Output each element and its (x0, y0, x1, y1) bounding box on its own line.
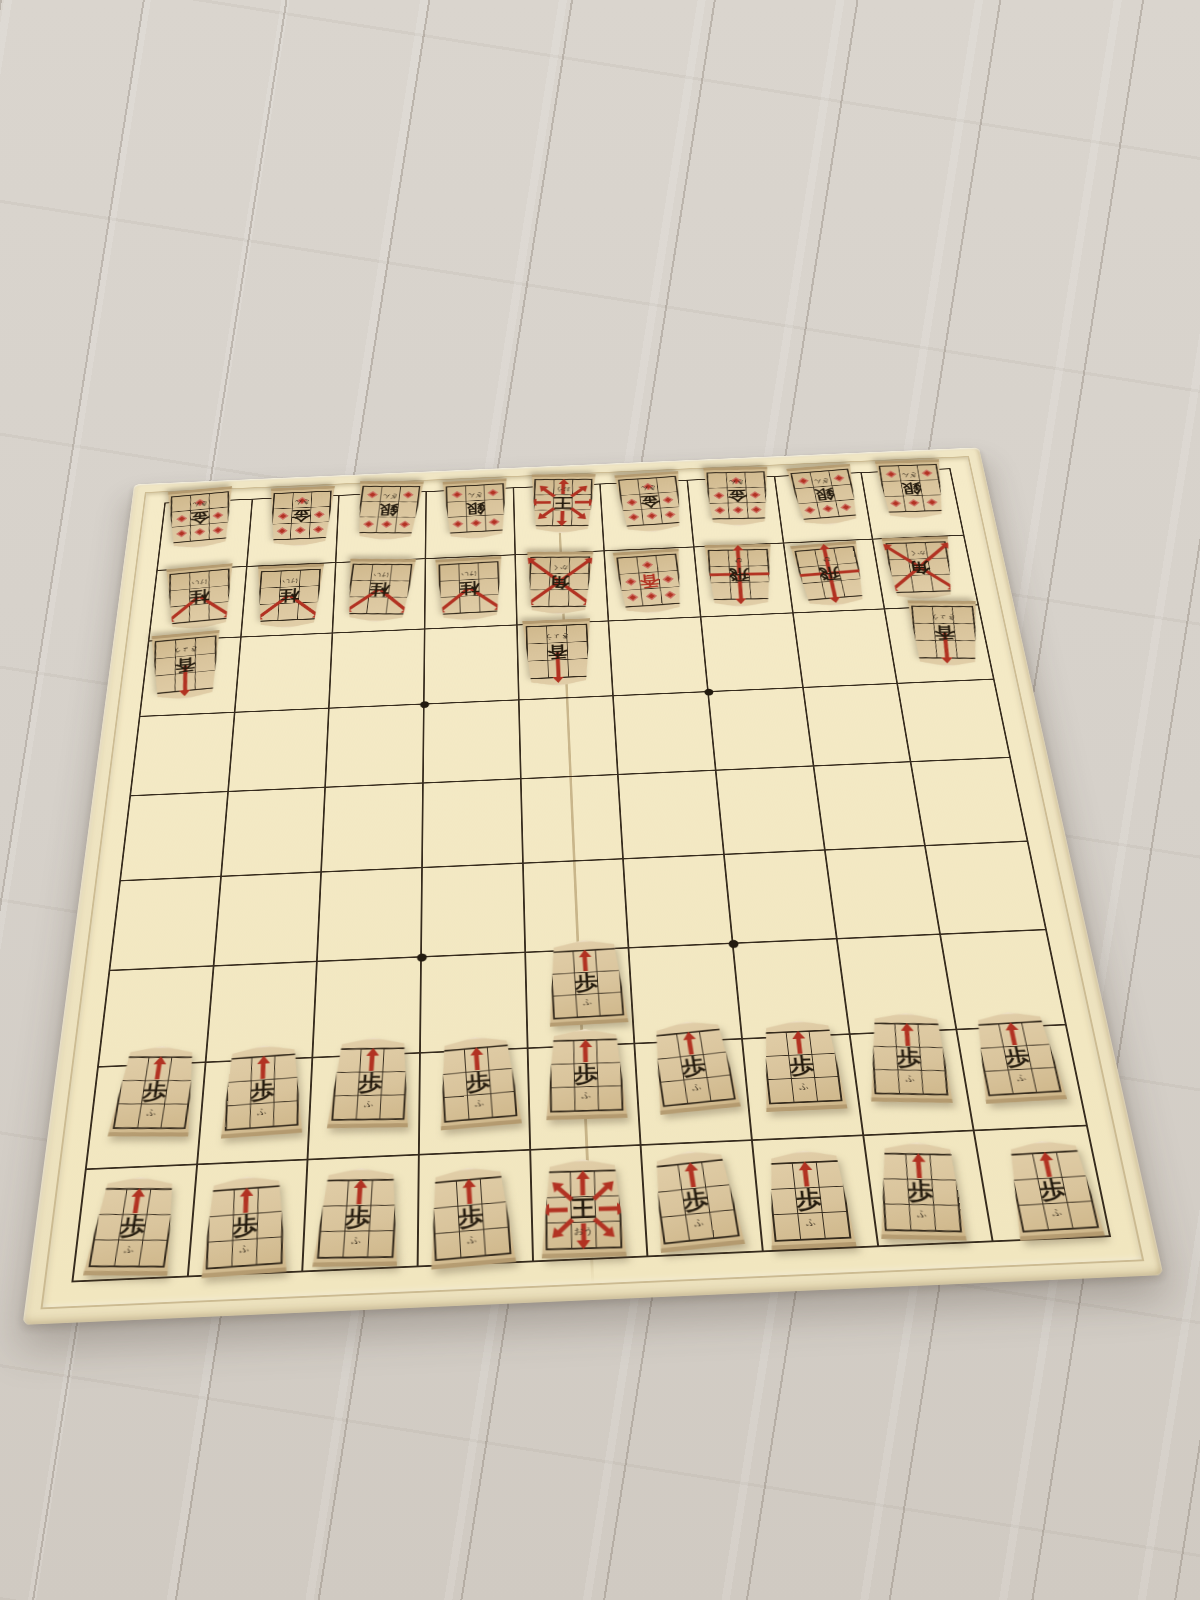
piece-furigana: かく (552, 565, 568, 571)
move-dot-e (625, 578, 636, 586)
piece-kanji: 王 (553, 496, 573, 510)
piece-furigana: ふ (239, 1244, 249, 1254)
piece-tile: 桂けい (430, 556, 510, 623)
piece-bishop: 角かく (519, 551, 599, 614)
piece-kanji: 香 (639, 573, 661, 589)
piece-kanji: 歩 (574, 1063, 599, 1085)
piece-kanji: 歩 (795, 1188, 823, 1212)
piece-furigana: おう (555, 487, 570, 492)
piece-furigana: ひ (735, 558, 743, 564)
piece-tile: 金きん (161, 486, 237, 552)
piece-kanji: 歩 (118, 1215, 147, 1238)
movement-diagram: 歩ふ (205, 1185, 283, 1270)
piece-pawn: 歩ふ (194, 1173, 294, 1279)
piece-kanji: 歩 (232, 1214, 258, 1239)
piece-tile: 歩ふ (214, 1042, 309, 1139)
piece-tile: 歩ふ (305, 1168, 409, 1267)
piece-furigana: ふ (475, 1099, 485, 1108)
movement-diagram: 歩ふ (225, 1053, 299, 1131)
move-dot-ne (714, 507, 725, 514)
movement-diagram: 飛ひ (708, 549, 772, 600)
move-dot-sw (488, 489, 499, 496)
piece-gold: 金きん (261, 486, 340, 548)
movement-diagram: 歩ふ (549, 1038, 623, 1112)
piece-knight: 桂けい (430, 556, 510, 623)
movement-diagram: 歩ふ (653, 1158, 740, 1244)
move-arrow-w (548, 1208, 567, 1213)
piece-pawn: 歩ふ (420, 1164, 523, 1271)
piece-gold: 金きん (161, 486, 237, 552)
piece-furigana: ふ (146, 1108, 157, 1116)
piece-tile: 歩ふ (755, 1148, 863, 1250)
move-dot-n (647, 512, 658, 519)
move-dot-ne (627, 594, 638, 602)
move-dot-w (663, 575, 674, 583)
move-arrow-n (154, 1063, 161, 1079)
piece-kanji: 歩 (357, 1072, 383, 1093)
move-dot-e (626, 499, 637, 506)
piece-tile: 銀ぎん (347, 481, 429, 540)
piece-lance: 香きょう (902, 600, 989, 666)
piece-furigana: ふ (364, 1100, 374, 1108)
piece-pawn: 歩ふ (305, 1168, 409, 1267)
piece-tile: 王おう (524, 474, 601, 533)
piece-pawn: 歩ふ (751, 1019, 854, 1112)
movement-diagram: 銀ぎん (791, 469, 860, 521)
move-dot-sw (403, 491, 414, 498)
move-arrow-n (1010, 1029, 1018, 1045)
movement-diagram: 歩ふ (652, 1028, 736, 1107)
piece-tile: 歩ふ (860, 1012, 960, 1103)
piece-furigana: ふ (692, 1083, 703, 1092)
movement-diagram: 香きょう (911, 606, 979, 659)
piece-pawn: 歩ふ (539, 1028, 634, 1120)
piece-kanji: 金 (640, 494, 661, 509)
piece-kanji: 歩 (457, 1204, 484, 1229)
movement-diagram: 歩ふ (762, 1029, 843, 1104)
piece-furigana: きん (729, 480, 745, 485)
piece-knight: 桂けい (336, 559, 421, 622)
piece-tile: 飛ひ (699, 544, 781, 608)
piece-tile: 香きょう (902, 600, 989, 666)
piece-pawn: 歩ふ (869, 1141, 974, 1240)
piece-knight: 桂けい (247, 563, 329, 629)
piece-furigana: きん (192, 501, 207, 508)
piece-furigana: ふ (123, 1245, 134, 1254)
piece-tile: 王おう (534, 1158, 633, 1259)
move-dot-w (213, 512, 224, 519)
piece-tile: 金きん (698, 467, 777, 527)
piece-rook: 飛ひ (785, 540, 876, 609)
move-dot-n (194, 528, 205, 535)
move-arrow-n (1044, 1159, 1052, 1176)
piece-tile: 歩ふ (869, 1141, 974, 1240)
piece-tile: 歩ふ (641, 1146, 752, 1253)
piece-kanji: 角 (909, 560, 932, 575)
movement-diagram: 歩ふ (440, 1044, 517, 1123)
piece-kanji: 桂 (459, 581, 480, 597)
piece-kanji: 歩 (344, 1206, 371, 1229)
move-arrow-n (560, 511, 564, 522)
movement-diagram: 銀ぎん (879, 464, 946, 513)
piece-kanji: 金 (727, 489, 748, 503)
move-arrow-n (580, 1178, 585, 1195)
move-dot-e (277, 512, 288, 519)
piece-gold: 金きん (698, 467, 777, 527)
piece-furigana: きょう (545, 633, 570, 640)
piece-kanji: 桂 (189, 589, 209, 605)
piece-tile: 桂けい (247, 563, 329, 629)
piece-furigana: きん (640, 485, 656, 491)
piece-furigana: ふ (905, 1074, 915, 1082)
piece-lance: 香きょう (144, 629, 225, 703)
move-arrow-n (583, 1046, 588, 1062)
piece-pawn: 歩ふ (320, 1037, 419, 1128)
piece-kanji: 歩 (141, 1081, 168, 1102)
move-dot-w (750, 491, 761, 498)
movement-diagram: 金きん (270, 491, 332, 541)
piece-kanji: 歩 (1003, 1046, 1031, 1068)
movement-diagram: 金きん (707, 471, 769, 519)
piece-pawn: 歩ふ (995, 1138, 1113, 1241)
piece-pawn: 歩ふ (101, 1046, 208, 1136)
piece-kanji: 歩 (681, 1187, 710, 1212)
move-dot-ne (805, 507, 816, 514)
piece-tile: 歩ふ (320, 1037, 419, 1128)
piece-silver: 銀ぎん (437, 478, 514, 541)
move-arrow-n (916, 1161, 922, 1178)
piece-kanji: 歩 (907, 1180, 934, 1203)
piece-pawn: 歩ふ (641, 1146, 752, 1253)
piece-kanji: 香 (174, 657, 195, 674)
move-arrow-n (582, 956, 587, 971)
movement-diagram: 香 (616, 554, 683, 608)
piece-furigana: きょう (173, 646, 197, 654)
piece-king: 王おう (524, 474, 601, 533)
piece-tile: 歩ふ (420, 1164, 523, 1271)
piece-furigana: けい (191, 579, 207, 586)
piece-furigana: ふ (583, 998, 593, 1006)
piece-silver: 銀ぎん (781, 463, 869, 527)
move-arrow-n (466, 1186, 472, 1204)
piece-tile: 桂けい (336, 559, 421, 622)
move-dot-n (646, 592, 657, 600)
piece-kanji: 金 (190, 510, 210, 525)
move-dot-nw (927, 499, 938, 506)
move-arrow-n (260, 1063, 265, 1079)
piece-furigana: ふ (1016, 1073, 1027, 1082)
piece-kanji: 歩 (250, 1079, 275, 1102)
move-dot-ne (176, 530, 187, 537)
piece-kanji: 香 (934, 625, 956, 640)
piece-tile: 歩ふ (995, 1138, 1113, 1241)
move-dot-e (176, 515, 187, 522)
movement-diagram: 歩ふ (880, 1153, 962, 1233)
piece-gold: 金きん (609, 471, 692, 535)
piece-furigana: ふ (694, 1218, 705, 1228)
piece-kanji: 歩 (680, 1055, 707, 1078)
move-arrow-w (575, 501, 590, 504)
piece-tile: 金きん (609, 471, 692, 535)
move-arrow-n (905, 1030, 911, 1046)
piece-tile: 銀ぎん (781, 463, 869, 527)
move-dot-ne (890, 500, 901, 507)
move-arrow-n (243, 1195, 248, 1213)
piece-kanji: 歩 (574, 972, 599, 993)
move-dot-n (823, 505, 834, 512)
piece-furigana: ふ (1052, 1208, 1064, 1217)
move-dot-w (314, 511, 325, 518)
piece-furigana: ぎん (814, 478, 830, 484)
piece-tile: 歩ふ (751, 1019, 854, 1112)
movement-diagram: 角かく (528, 556, 590, 607)
piece-tile: 歩ふ (641, 1017, 748, 1115)
movement-diagram: 銀ぎん (356, 486, 420, 534)
move-dot-se (451, 491, 462, 498)
piece-kanji: 銀 (901, 482, 923, 496)
move-dot-n (909, 499, 920, 506)
pieces-layer: 金きん金きん銀ぎん銀ぎん王おう金きん金きん銀ぎん銀ぎん桂けい桂けい桂けい桂けい角… (71, 468, 1111, 1282)
piece-promoted-lance: 香 (607, 548, 692, 616)
piece-pawn: 歩ふ (539, 938, 635, 1027)
piece-kanji: 銀 (814, 487, 837, 502)
piece-kanji: 銀 (378, 503, 399, 517)
move-arrow-n (356, 1187, 362, 1204)
piece-kanji: 歩 (465, 1071, 491, 1094)
piece-pawn: 歩ふ (641, 1017, 748, 1115)
move-arrow-n (689, 1170, 696, 1188)
move-arrow-n (687, 1039, 694, 1055)
piece-furigana: きん (294, 499, 310, 505)
move-dot-n (381, 521, 392, 529)
move-dot-se (886, 470, 897, 477)
move-arrow-e (536, 501, 551, 504)
move-arrow-n (132, 1196, 140, 1213)
move-dot-nw (665, 511, 676, 518)
move-dot-nw (751, 506, 762, 513)
movement-diagram: 歩ふ (767, 1160, 852, 1242)
piece-furigana: ふ (799, 1082, 810, 1091)
move-dot-nw (400, 521, 411, 529)
piece-furigana: ふ (351, 1236, 362, 1245)
piece-tile: 銀ぎん (437, 478, 514, 541)
piece-tile: 銀ぎん (870, 459, 955, 520)
piece-tile: 角かく (519, 551, 599, 614)
piece-furigana: ふ (806, 1218, 817, 1227)
move-dot-ne (452, 520, 463, 528)
piece-tile: 飛ひ (785, 540, 876, 609)
move-dot-sw (834, 474, 844, 481)
movement-diagram: 歩ふ (317, 1179, 398, 1259)
piece-tile: 歩ふ (539, 938, 635, 1027)
board-surface: 金きん金きん銀ぎん銀ぎん王おう金きん金きん銀ぎん銀ぎん桂けい桂けい桂けい桂けい角… (43, 457, 1142, 1307)
piece-furigana: けい (282, 578, 298, 584)
movement-diagram: 歩ふ (975, 1020, 1062, 1096)
piece-furigana: ふ (582, 1091, 592, 1099)
piece-furigana: ふ (917, 1209, 928, 1218)
piece-tile: 金きん (261, 486, 340, 548)
piece-pawn: 歩ふ (214, 1042, 309, 1139)
move-dot-w (663, 496, 674, 503)
movement-diagram: 歩ふ (431, 1176, 512, 1262)
piece-kanji: 歩 (1038, 1178, 1068, 1202)
movement-diagram: 飛ひ (795, 546, 866, 601)
piece-kanji: 王 (570, 1197, 596, 1220)
piece-bishop: 角かく (877, 536, 965, 601)
piece-tile: 香きょう (144, 629, 225, 703)
move-dot-ne (628, 514, 639, 521)
piece-furigana: けい (461, 571, 477, 577)
move-dot-nw (841, 504, 852, 511)
movement-diagram: 歩ふ (871, 1023, 949, 1096)
move-arrow-e (599, 1206, 619, 1211)
piece-furigana: おう (574, 1227, 594, 1236)
movement-diagram: 銀ぎん (446, 483, 506, 534)
piece-furigana: かく (909, 550, 926, 556)
move-dot-nw (665, 591, 676, 599)
piece-tile: 桂けい (159, 563, 238, 633)
move-dot-s (642, 561, 653, 569)
piece-kanji: 銀 (465, 501, 485, 516)
move-dot-sw (922, 469, 933, 476)
move-dot-nw (313, 526, 324, 534)
piece-tile: 歩ふ (539, 1028, 634, 1120)
movement-diagram: 王おう (545, 1169, 623, 1250)
movement-diagram: 角かく (886, 541, 955, 593)
movement-diagram: 香きょう (153, 635, 216, 694)
piece-tile: 歩ふ (963, 1010, 1074, 1105)
move-dot-n (733, 506, 744, 513)
piece-kanji: 金 (291, 509, 311, 524)
piece-tile: 香きょう (517, 618, 599, 688)
piece-furigana: ぎん (382, 494, 398, 499)
piece-furigana: ふ (467, 1235, 478, 1245)
move-dot-n (471, 519, 482, 527)
piece-kanji: 角 (549, 575, 570, 590)
movement-diagram: 歩ふ (1007, 1150, 1099, 1233)
piece-furigana: ぎん (902, 472, 918, 478)
movement-diagram: 桂けい (168, 569, 229, 625)
movement-diagram: 歩ふ (88, 1188, 176, 1268)
move-dot-e (714, 492, 725, 499)
movement-diagram: 桂けい (257, 569, 321, 622)
piece-furigana: ひ (822, 556, 831, 562)
piece-rook: 飛ひ (699, 544, 781, 608)
piece-silver: 銀ぎん (347, 481, 429, 540)
piece-tile: 角かく (877, 536, 965, 601)
piece-furigana: けい (373, 572, 389, 578)
piece-tile: 歩ふ (194, 1173, 294, 1279)
piece-kanji: 香 (547, 644, 568, 660)
movement-diagram: 桂けい (346, 564, 413, 615)
move-dot-nw (213, 527, 224, 534)
piece-kanji: 歩 (896, 1047, 922, 1068)
move-arrow-n (474, 1054, 480, 1070)
piece-lance: 香きょう (517, 618, 599, 688)
move-dot-ne (276, 527, 287, 535)
piece-pawn: 歩ふ (755, 1148, 863, 1250)
piece-kanji: 桂 (368, 582, 390, 597)
piece-furigana: きょう (931, 614, 956, 620)
piece-kanji: 歩 (788, 1055, 815, 1077)
movement-diagram: 歩ふ (331, 1047, 408, 1120)
move-arrow-n (796, 1038, 802, 1054)
move-arrow-n (369, 1055, 375, 1071)
movement-diagram: 金きん (618, 476, 683, 527)
piece-kanji: 桂 (278, 588, 299, 603)
movement-diagram: 桂けい (438, 561, 500, 615)
piece-tile: 歩ふ (429, 1033, 528, 1131)
move-dot-se (798, 477, 809, 484)
piece-kanji: 飛 (729, 567, 750, 582)
move-dot-se (367, 491, 378, 498)
piece-furigana: ぎん (467, 492, 482, 498)
shogi-board: 金きん金きん銀ぎん銀ぎん王おう金きん金きん銀ぎん銀ぎん桂けい桂けい桂けい桂けい角… (23, 447, 1164, 1324)
piece-pawn: 歩ふ (963, 1010, 1074, 1105)
movement-diagram: 香きょう (526, 624, 590, 680)
piece-furigana: ふ (257, 1107, 267, 1116)
piece-king: 王おう (534, 1158, 633, 1259)
move-dot-n (295, 527, 306, 535)
move-arrow-n (803, 1169, 810, 1186)
piece-tile: 香 (607, 548, 692, 616)
piece-pawn: 歩ふ (76, 1177, 188, 1276)
piece-silver: 銀ぎん (870, 459, 955, 520)
movement-diagram: 歩ふ (549, 948, 624, 1020)
piece-knight: 桂けい (159, 563, 238, 633)
movement-diagram: 歩ふ (112, 1056, 196, 1129)
movement-diagram: 金きん (170, 491, 229, 543)
piece-tile: 歩ふ (76, 1177, 188, 1276)
piece-pawn: 歩ふ (860, 1012, 960, 1103)
piece-kanji: 飛 (818, 566, 841, 582)
move-dot-ne (363, 521, 374, 529)
move-dot-nw (489, 518, 500, 526)
movement-diagram: 王おう (532, 479, 592, 527)
piece-pawn: 歩ふ (429, 1033, 528, 1131)
piece-tile: 歩ふ (101, 1046, 208, 1136)
